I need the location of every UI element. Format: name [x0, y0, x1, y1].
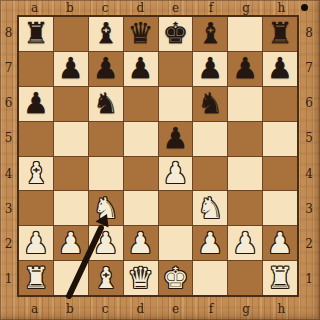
rank-label-right-8: 8	[299, 15, 319, 50]
square-b3[interactable]	[54, 191, 88, 225]
square-c7[interactable]: ♟	[89, 52, 123, 86]
black-pawn-e5: ♟	[162, 124, 188, 153]
square-d1[interactable]: ♛	[124, 261, 158, 295]
square-d7[interactable]: ♟	[124, 52, 158, 86]
black-queen-d8: ♛	[128, 19, 154, 48]
chess-diagram: abcdefgh abcdefgh 87654321 87654321 ♜♝♛♚…	[0, 0, 320, 320]
square-d3[interactable]	[124, 191, 158, 225]
file-label-bottom-b: b	[52, 299, 87, 319]
file-label-bottom-f: f	[193, 299, 228, 319]
white-pawn-c2: ♟	[93, 229, 119, 258]
black-bishop-f8: ♝	[197, 19, 223, 48]
black-knight-f6: ♞	[197, 89, 223, 118]
square-c1[interactable]: ♝	[89, 261, 123, 295]
square-e5[interactable]: ♟	[159, 122, 193, 156]
white-bishop-c1: ♝	[93, 264, 119, 293]
white-bishop-a4: ♝	[23, 159, 49, 188]
square-e6[interactable]	[159, 87, 193, 121]
white-pawn-g2: ♟	[232, 229, 258, 258]
square-h7[interactable]: ♟	[263, 52, 297, 86]
square-b7[interactable]: ♟	[54, 52, 88, 86]
square-h5[interactable]	[263, 122, 297, 156]
file-label-top-c: c	[88, 0, 123, 15]
white-knight-c3: ♞	[93, 194, 119, 223]
square-c4[interactable]	[89, 157, 123, 191]
black-pawn-g7: ♟	[232, 54, 258, 83]
rank-label-left-1: 1	[0, 262, 17, 297]
black-rook-h8: ♜	[267, 19, 293, 48]
square-g2[interactable]: ♟	[228, 226, 262, 260]
black-pawn-f7: ♟	[197, 54, 223, 83]
square-d8[interactable]: ♛	[124, 17, 158, 51]
square-c3[interactable]: ♞	[89, 191, 123, 225]
rank-labels-left: 87654321	[0, 15, 17, 297]
file-label-top-d: d	[123, 0, 158, 15]
file-labels-top: abcdefgh	[17, 0, 299, 15]
black-pawn-a6: ♟	[23, 89, 49, 118]
square-g6[interactable]	[228, 87, 262, 121]
rank-label-right-3: 3	[299, 191, 319, 226]
square-a7[interactable]	[19, 52, 53, 86]
white-pawn-e4: ♟	[162, 159, 188, 188]
square-a8[interactable]: ♜	[19, 17, 53, 51]
square-h1[interactable]: ♜	[263, 261, 297, 295]
square-a4[interactable]: ♝	[19, 157, 53, 191]
black-knight-c6: ♞	[93, 89, 119, 118]
square-f2[interactable]: ♟	[193, 226, 227, 260]
file-label-bottom-a: a	[17, 299, 52, 319]
file-label-bottom-e: e	[158, 299, 193, 319]
file-label-top-e: e	[158, 0, 193, 15]
square-b6[interactable]	[54, 87, 88, 121]
square-b5[interactable]	[54, 122, 88, 156]
square-g5[interactable]	[228, 122, 262, 156]
square-f3[interactable]: ♞	[193, 191, 227, 225]
rank-label-left-2: 2	[0, 227, 17, 262]
file-label-top-a: a	[17, 0, 52, 15]
rank-label-left-5: 5	[0, 121, 17, 156]
square-a6[interactable]: ♟	[19, 87, 53, 121]
file-label-top-g: g	[229, 0, 264, 15]
white-knight-f3: ♞	[197, 194, 223, 223]
square-d2[interactable]: ♟	[124, 226, 158, 260]
square-b4[interactable]	[54, 157, 88, 191]
square-f7[interactable]: ♟	[193, 52, 227, 86]
square-g3[interactable]	[228, 191, 262, 225]
square-f5[interactable]	[193, 122, 227, 156]
chess-board: ♜♝♛♚♝♜♟♟♟♟♟♟♟♞♞♟♝♟♞♞♟♟♟♟♟♟♟♜♝♛♚♜	[17, 15, 299, 297]
file-label-top-f: f	[193, 0, 228, 15]
white-rook-a1: ♜	[23, 264, 49, 293]
square-b8[interactable]	[54, 17, 88, 51]
square-f8[interactable]: ♝	[193, 17, 227, 51]
rank-label-left-7: 7	[0, 50, 17, 85]
file-label-bottom-h: h	[264, 299, 299, 319]
rank-label-left-8: 8	[0, 15, 17, 50]
square-g4[interactable]	[228, 157, 262, 191]
file-label-bottom-g: g	[229, 299, 264, 319]
square-b2[interactable]: ♟	[54, 226, 88, 260]
square-a1[interactable]: ♜	[19, 261, 53, 295]
rank-label-right-5: 5	[299, 121, 319, 156]
black-rook-a8: ♜	[23, 19, 49, 48]
rank-label-right-6: 6	[299, 86, 319, 121]
square-e2[interactable]	[159, 226, 193, 260]
file-label-bottom-c: c	[88, 299, 123, 319]
black-king-e8: ♚	[162, 19, 188, 48]
square-c6[interactable]: ♞	[89, 87, 123, 121]
square-c8[interactable]: ♝	[89, 17, 123, 51]
square-e1[interactable]: ♚	[159, 261, 193, 295]
square-h2[interactable]: ♟	[263, 226, 297, 260]
black-bishop-c8: ♝	[93, 19, 119, 48]
square-f6[interactable]: ♞	[193, 87, 227, 121]
square-c2[interactable]: ♟	[89, 226, 123, 260]
file-labels-bottom: abcdefgh	[17, 299, 299, 319]
rank-label-left-4: 4	[0, 156, 17, 191]
white-pawn-a2: ♟	[23, 229, 49, 258]
file-label-bottom-d: d	[123, 299, 158, 319]
white-rook-h1: ♜	[267, 264, 293, 293]
square-g8[interactable]	[228, 17, 262, 51]
white-pawn-b2: ♟	[58, 229, 84, 258]
rank-labels-right: 87654321	[299, 15, 319, 297]
file-label-top-h: h	[264, 0, 299, 15]
square-f4[interactable]	[193, 157, 227, 191]
black-pawn-b7: ♟	[58, 54, 84, 83]
black-pawn-d7: ♟	[128, 54, 154, 83]
square-h8[interactable]: ♜	[263, 17, 297, 51]
rank-label-right-4: 4	[299, 156, 319, 191]
square-d6[interactable]	[124, 87, 158, 121]
square-e4[interactable]: ♟	[159, 157, 193, 191]
white-king-e1: ♚	[162, 264, 188, 293]
square-a2[interactable]: ♟	[19, 226, 53, 260]
square-d5[interactable]	[124, 122, 158, 156]
square-g7[interactable]: ♟	[228, 52, 262, 86]
rank-label-right-2: 2	[299, 227, 319, 262]
square-g1[interactable]	[228, 261, 262, 295]
rank-label-right-1: 1	[299, 262, 319, 297]
white-pawn-h2: ♟	[267, 229, 293, 258]
square-c5[interactable]	[89, 122, 123, 156]
square-a5[interactable]	[19, 122, 53, 156]
square-h6[interactable]	[263, 87, 297, 121]
square-h3[interactable]	[263, 191, 297, 225]
rank-label-right-7: 7	[299, 50, 319, 85]
square-h4[interactable]	[263, 157, 297, 191]
square-e3[interactable]	[159, 191, 193, 225]
square-e8[interactable]: ♚	[159, 17, 193, 51]
square-a3[interactable]	[19, 191, 53, 225]
square-f1[interactable]	[193, 261, 227, 295]
black-pawn-c7: ♟	[93, 54, 119, 83]
square-b1[interactable]	[54, 261, 88, 295]
black-to-move-dot	[301, 4, 308, 11]
white-pawn-d2: ♟	[128, 229, 154, 258]
white-queen-d1: ♛	[128, 264, 154, 293]
white-pawn-f2: ♟	[197, 229, 223, 258]
square-d4[interactable]	[124, 157, 158, 191]
square-e7[interactable]	[159, 52, 193, 86]
rank-label-left-3: 3	[0, 191, 17, 226]
black-pawn-h7: ♟	[267, 54, 293, 83]
file-label-top-b: b	[52, 0, 87, 15]
rank-label-left-6: 6	[0, 86, 17, 121]
